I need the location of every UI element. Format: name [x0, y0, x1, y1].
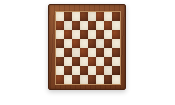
square-a7 [56, 21, 64, 30]
square-h8 [112, 12, 120, 21]
square-c5 [72, 39, 80, 48]
square-a4 [56, 48, 64, 57]
square-d8 [80, 12, 88, 21]
square-f4 [96, 48, 104, 57]
square-e8 [88, 12, 96, 21]
square-b3 [64, 57, 72, 66]
square-e3 [88, 57, 96, 66]
square-a8 [56, 12, 64, 21]
square-a2 [56, 66, 64, 75]
square-d5 [80, 39, 88, 48]
square-c2 [72, 66, 80, 75]
square-d1 [80, 75, 88, 84]
square-g4 [104, 48, 112, 57]
board-playing-area [56, 12, 120, 84]
chess-board [48, 4, 126, 90]
square-f5 [96, 39, 104, 48]
square-e4 [88, 48, 96, 57]
square-c8 [72, 12, 80, 21]
square-f2 [96, 66, 104, 75]
square-h5 [112, 39, 120, 48]
square-a5 [56, 39, 64, 48]
square-e2 [88, 66, 96, 75]
square-h4 [112, 48, 120, 57]
square-e7 [88, 21, 96, 30]
square-d4 [80, 48, 88, 57]
square-h6 [112, 30, 120, 39]
square-b1 [64, 75, 72, 84]
square-e5 [88, 39, 96, 48]
square-a6 [56, 30, 64, 39]
square-d6 [80, 30, 88, 39]
square-a1 [56, 75, 64, 84]
square-g3 [104, 57, 112, 66]
square-e6 [88, 30, 96, 39]
square-b4 [64, 48, 72, 57]
square-g5 [104, 39, 112, 48]
square-b8 [64, 12, 72, 21]
square-f7 [96, 21, 104, 30]
square-h7 [112, 21, 120, 30]
square-c7 [72, 21, 80, 30]
square-e1 [88, 75, 96, 84]
square-h2 [112, 66, 120, 75]
square-h1 [112, 75, 120, 84]
square-g2 [104, 66, 112, 75]
square-b5 [64, 39, 72, 48]
square-d3 [80, 57, 88, 66]
square-g7 [104, 21, 112, 30]
square-b2 [64, 66, 72, 75]
square-g1 [104, 75, 112, 84]
square-h3 [112, 57, 120, 66]
square-a3 [56, 57, 64, 66]
square-g8 [104, 12, 112, 21]
square-f3 [96, 57, 104, 66]
square-c6 [72, 30, 80, 39]
square-d2 [80, 66, 88, 75]
square-g6 [104, 30, 112, 39]
square-f8 [96, 12, 104, 21]
square-d7 [80, 21, 88, 30]
product-photo-background [0, 0, 175, 105]
square-c4 [72, 48, 80, 57]
square-b7 [64, 21, 72, 30]
square-b6 [64, 30, 72, 39]
square-c1 [72, 75, 80, 84]
square-c3 [72, 57, 80, 66]
square-f6 [96, 30, 104, 39]
square-f1 [96, 75, 104, 84]
